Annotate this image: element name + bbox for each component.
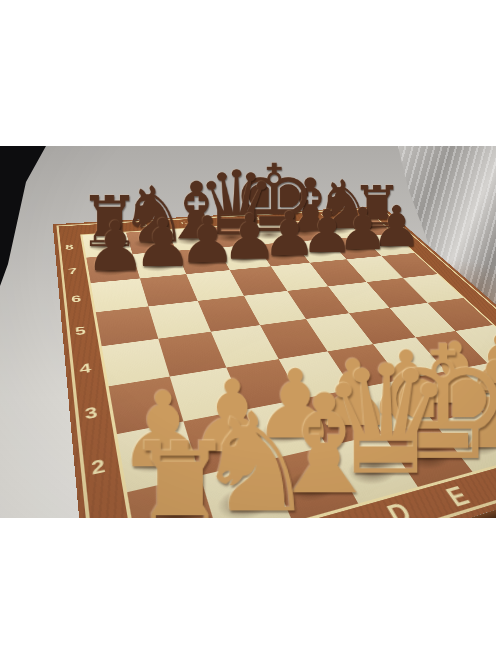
chess-board: AABBCCDDEEFFGGHH12345678♜♞♝♛♚♝♞♜♟♟♟♟♟♟♟♟… <box>53 206 496 518</box>
piece-glyph: ♜ <box>123 431 237 518</box>
rank-label-4: 4 <box>79 360 93 377</box>
file-label-d: D <box>381 496 419 518</box>
rank-label-8: 8 <box>65 243 75 252</box>
file-label-c: C <box>318 513 355 518</box>
rank-label-5: 5 <box>74 324 87 338</box>
white-rook-piece: ♜ <box>127 476 220 518</box>
square-a6 <box>91 278 149 312</box>
rank-label-7: 7 <box>67 266 78 276</box>
rank-label-3: 3 <box>84 403 100 424</box>
rank-label-2: 2 <box>90 454 108 479</box>
rank-label-6: 6 <box>71 293 83 305</box>
photo-canvas: AABBCCDDEEFFGGHH12345678♜♞♝♛♚♝♞♜♟♟♟♟♟♟♟♟… <box>0 0 496 664</box>
chess-set-photo: AABBCCDDEEFFGGHH12345678♜♞♝♛♚♝♞♜♟♟♟♟♟♟♟♟… <box>0 146 496 518</box>
black-pawn-piece: ♟ <box>86 254 140 283</box>
piece-glyph: ♟ <box>85 216 146 279</box>
board-perspective-space: AABBCCDDEEFFGGHH12345678♜♞♝♛♚♝♞♜♟♟♟♟♟♟♟♟… <box>0 146 496 518</box>
rank-label-1: 1 <box>98 517 118 518</box>
